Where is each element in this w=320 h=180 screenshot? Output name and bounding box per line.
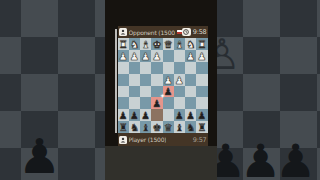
background-square <box>21 74 58 111</box>
square-c6[interactable] <box>174 97 185 109</box>
square-b2[interactable]: ♟ <box>185 50 196 62</box>
person-icon <box>120 137 126 143</box>
square-c8[interactable]: ♝ <box>174 121 185 133</box>
square-g7[interactable]: ♟ <box>129 109 140 121</box>
square-h6[interactable] <box>118 97 129 109</box>
black-pawn-piece[interactable]: ♟ <box>152 99 161 109</box>
square-h7[interactable]: ♟ <box>118 109 129 121</box>
black-knight-piece[interactable]: ♞ <box>186 123 195 133</box>
player-username[interactable]: Player (1500) <box>129 136 167 143</box>
square-a8[interactable]: ♜ <box>196 121 207 133</box>
square-g1[interactable]: ♞ <box>129 38 140 50</box>
square-f5[interactable] <box>140 86 151 98</box>
white-bishop-piece[interactable]: ♝ <box>175 39 184 49</box>
square-e7[interactable] <box>151 109 162 121</box>
square-h1[interactable]: ♜ <box>118 38 129 50</box>
black-pawn-piece[interactable]: ♟ <box>186 111 195 121</box>
black-pawn-piece[interactable]: ♟ <box>119 111 128 121</box>
square-c5[interactable] <box>174 86 185 98</box>
square-f8[interactable]: ♝ <box>140 121 151 133</box>
square-f4[interactable] <box>140 74 151 86</box>
square-a5[interactable] <box>196 86 207 98</box>
black-rook-piece[interactable]: ♜ <box>119 123 128 133</box>
background-black-pawn-icon: ♟ <box>18 132 61 180</box>
square-a6[interactable] <box>196 97 207 109</box>
white-queen-piece[interactable]: ♛ <box>164 39 173 49</box>
square-f2[interactable]: ♟ <box>140 50 151 62</box>
player-avatar[interactable] <box>119 136 127 144</box>
square-f3[interactable] <box>140 62 151 74</box>
square-d2[interactable] <box>163 50 174 62</box>
black-pawn-piece[interactable]: ♟ <box>175 111 184 121</box>
white-pawn-piece[interactable]: ♟ <box>130 51 139 61</box>
background-square <box>243 0 280 37</box>
square-b5[interactable] <box>185 86 196 98</box>
clock-icon <box>183 29 189 35</box>
black-pawn-piece[interactable]: ♟ <box>197 111 206 121</box>
background-black-pawn-icon: ♟ <box>275 138 316 180</box>
square-g3[interactable] <box>129 62 140 74</box>
square-d3[interactable] <box>163 62 174 74</box>
white-bishop-piece[interactable]: ♝ <box>141 39 150 49</box>
square-d1[interactable]: ♛ <box>163 38 174 50</box>
white-pawn-piece[interactable]: ♟ <box>119 51 128 61</box>
square-a1[interactable]: ♜ <box>196 38 207 50</box>
opponent-username[interactable]: Opponent (1500) <box>129 29 175 36</box>
active-clock-chip <box>182 28 191 36</box>
white-pawn-piece[interactable]: ♟ <box>175 75 184 85</box>
square-h4[interactable] <box>118 74 129 86</box>
background-square <box>0 37 21 74</box>
black-queen-piece[interactable]: ♛ <box>164 123 173 133</box>
square-h2[interactable]: ♟ <box>118 50 129 62</box>
background-square <box>58 0 95 37</box>
white-pawn-piece[interactable]: ♟ <box>197 51 206 61</box>
square-b3[interactable] <box>185 62 196 74</box>
square-b8[interactable]: ♞ <box>185 121 196 133</box>
opponent-info-bar: Opponent (1500) 9:58 <box>118 26 208 38</box>
square-d8[interactable]: ♛ <box>163 121 174 133</box>
player-info-bar: Player (1500) 9:57 <box>118 133 208 146</box>
square-e6[interactable]: ♟ <box>151 97 162 109</box>
background-square <box>21 0 58 37</box>
black-king-piece[interactable]: ♚ <box>152 123 161 133</box>
background-square <box>280 0 317 37</box>
background-square <box>58 111 95 148</box>
square-a2[interactable]: ♟ <box>196 50 207 62</box>
background-square <box>58 148 95 180</box>
square-e4[interactable] <box>151 74 162 86</box>
square-g5[interactable] <box>129 86 140 98</box>
square-c2[interactable] <box>174 50 185 62</box>
white-pawn-piece[interactable]: ♟ <box>152 51 161 61</box>
square-a7[interactable]: ♟ <box>196 109 207 121</box>
background-square <box>58 37 95 74</box>
square-g2[interactable]: ♟ <box>129 50 140 62</box>
background-square <box>0 74 21 111</box>
square-d7[interactable] <box>163 109 174 121</box>
square-g8[interactable]: ♞ <box>129 121 140 133</box>
square-e1[interactable]: ♚ <box>151 38 162 50</box>
black-bishop-piece[interactable]: ♝ <box>141 123 150 133</box>
square-b7[interactable]: ♟ <box>185 109 196 121</box>
screenshot-root: ♙ ♟ ♟ ♟ ♟ Opponent (1500) 9 <box>0 0 320 180</box>
white-knight-piece[interactable]: ♞ <box>130 39 139 49</box>
white-pawn-piece[interactable]: ♟ <box>164 75 173 85</box>
square-b6[interactable] <box>185 97 196 109</box>
background-square <box>243 37 280 74</box>
square-d6[interactable] <box>163 97 174 109</box>
background-square <box>0 0 21 37</box>
square-c3[interactable] <box>174 62 185 74</box>
square-h3[interactable] <box>118 62 129 74</box>
background-square <box>58 74 95 111</box>
opponent-clock: 9:58 <box>193 28 207 36</box>
white-pawn-piece[interactable]: ♟ <box>186 51 195 61</box>
square-f1[interactable]: ♝ <box>140 38 151 50</box>
opponent-avatar[interactable] <box>119 28 127 36</box>
square-a4[interactable] <box>196 74 207 86</box>
square-d4[interactable]: ♟ <box>163 74 174 86</box>
square-e8[interactable]: ♚ <box>151 121 162 133</box>
square-c1[interactable]: ♝ <box>174 38 185 50</box>
square-c4[interactable]: ♟ <box>174 74 185 86</box>
white-pawn-piece[interactable]: ♟ <box>141 51 150 61</box>
background-square <box>243 74 280 111</box>
person-icon <box>120 29 126 35</box>
square-h5[interactable] <box>118 86 129 98</box>
square-b4[interactable] <box>185 74 196 86</box>
white-king-piece[interactable]: ♚ <box>152 39 161 49</box>
square-g4[interactable] <box>129 74 140 86</box>
white-rook-piece[interactable]: ♜ <box>197 39 206 49</box>
player-clock: 9:57 <box>193 136 207 144</box>
square-a3[interactable] <box>196 62 207 74</box>
game-video-frame: Opponent (1500) 9:58 ♜♞♝♚♛♝♞♜♟♟♟♟♟♟♟♟♟♟♟… <box>105 0 217 180</box>
square-f7[interactable]: ♟ <box>140 109 151 121</box>
square-h8[interactable]: ♜ <box>118 121 129 133</box>
square-g6[interactable] <box>129 97 140 109</box>
move-sparkle-effect <box>160 93 165 98</box>
square-f6[interactable] <box>140 97 151 109</box>
background-square <box>21 37 58 74</box>
square-e3[interactable] <box>151 62 162 74</box>
black-knight-piece[interactable]: ♞ <box>130 123 139 133</box>
square-e2[interactable]: ♟ <box>151 50 162 62</box>
square-c7[interactable]: ♟ <box>174 109 185 121</box>
white-knight-piece[interactable]: ♞ <box>186 39 195 49</box>
video-lower-area <box>105 146 217 180</box>
white-rook-piece[interactable]: ♜ <box>119 39 128 49</box>
background-square <box>280 74 317 111</box>
background-square <box>280 37 317 74</box>
black-pawn-piece[interactable]: ♟ <box>141 111 150 121</box>
black-bishop-piece[interactable]: ♝ <box>175 123 184 133</box>
country-flag-icon <box>177 30 182 34</box>
chess-board: ♜♞♝♚♛♝♞♜♟♟♟♟♟♟♟♟♟♟♟♟♟♟♟♟♜♞♝♚♛♝♞♜ <box>118 38 208 133</box>
square-b1[interactable]: ♞ <box>185 38 196 50</box>
black-pawn-piece[interactable]: ♟ <box>130 111 139 121</box>
black-rook-piece[interactable]: ♜ <box>197 123 206 133</box>
